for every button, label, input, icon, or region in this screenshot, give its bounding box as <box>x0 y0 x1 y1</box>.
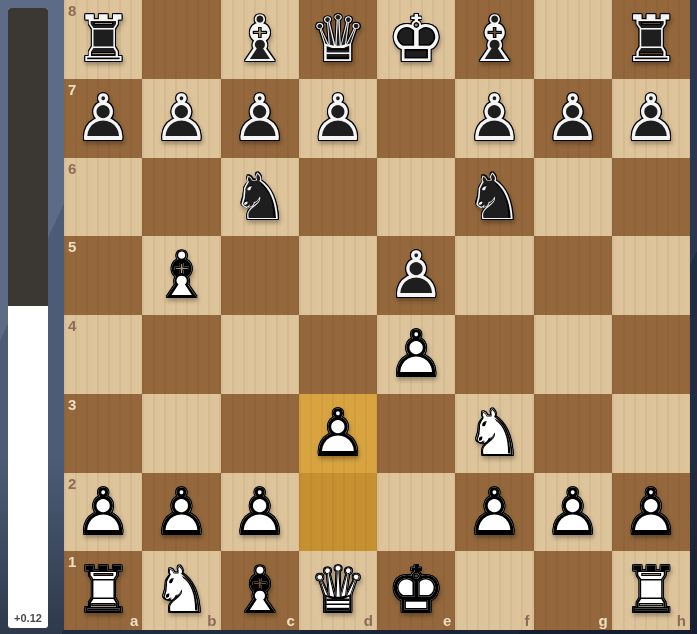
file-label-f: f <box>525 612 530 629</box>
chess-board[interactable]: 8♜♖♝♗♛♕♚♔♝♗♜♖7♟♙♟♙♟♙♟♙♟♙♟♙♟♙6♞♘♞♘5♝♗♟♙4♟… <box>64 0 690 630</box>
piece-white-pawn[interactable]: ♟♙ <box>534 473 612 552</box>
square-b6[interactable] <box>142 158 220 237</box>
file-label-b: b <box>207 612 216 629</box>
rank-label-3: 3 <box>68 396 76 413</box>
piece-outline-glyph: ♙ <box>221 79 299 158</box>
square-a5[interactable]: 5 <box>64 236 142 315</box>
square-d6[interactable] <box>299 158 377 237</box>
square-b8[interactable] <box>142 0 220 79</box>
square-g2[interactable]: ♟♙ <box>534 473 612 552</box>
square-e3[interactable] <box>377 394 455 473</box>
square-g1[interactable]: g <box>534 551 612 630</box>
piece-outline-glyph: ♗ <box>455 0 533 79</box>
square-d5[interactable] <box>299 236 377 315</box>
piece-outline-glyph: ♙ <box>455 79 533 158</box>
piece-black-pawn[interactable]: ♟♙ <box>612 79 690 158</box>
square-g5[interactable] <box>534 236 612 315</box>
square-c1[interactable]: c♝♗ <box>221 551 299 630</box>
square-c8[interactable]: ♝♗ <box>221 0 299 79</box>
piece-black-king[interactable]: ♚♔ <box>377 0 455 79</box>
piece-black-knight[interactable]: ♞♘ <box>221 158 299 237</box>
piece-black-pawn[interactable]: ♟♙ <box>534 79 612 158</box>
square-b5[interactable]: ♝♗ <box>142 236 220 315</box>
square-d4[interactable] <box>299 315 377 394</box>
square-c7[interactable]: ♟♙ <box>221 79 299 158</box>
piece-outline-glyph: ♙ <box>142 79 220 158</box>
rank-label-6: 6 <box>68 160 76 177</box>
rank-label-5: 5 <box>68 238 76 255</box>
square-f8[interactable]: ♝♗ <box>455 0 533 79</box>
square-e1[interactable]: e♚♔ <box>377 551 455 630</box>
piece-black-bishop[interactable]: ♝♗ <box>455 0 533 79</box>
piece-outline-glyph: ♙ <box>612 79 690 158</box>
square-h8[interactable]: ♜♖ <box>612 0 690 79</box>
piece-outline-glyph: ♙ <box>299 394 377 473</box>
square-a1[interactable]: 1a♜♖ <box>64 551 142 630</box>
square-b4[interactable] <box>142 315 220 394</box>
square-c5[interactable] <box>221 236 299 315</box>
square-a2[interactable]: 2♟♙ <box>64 473 142 552</box>
square-c3[interactable] <box>221 394 299 473</box>
piece-white-pawn[interactable]: ♟♙ <box>377 315 455 394</box>
square-f2[interactable]: ♟♙ <box>455 473 533 552</box>
square-a8[interactable]: 8♜♖ <box>64 0 142 79</box>
square-b7[interactable]: ♟♙ <box>142 79 220 158</box>
square-h7[interactable]: ♟♙ <box>612 79 690 158</box>
piece-black-pawn[interactable]: ♟♙ <box>142 79 220 158</box>
square-f3[interactable]: ♞♘ <box>455 394 533 473</box>
eval-bar-black-section <box>8 8 48 306</box>
piece-white-bishop[interactable]: ♝♗ <box>142 236 220 315</box>
square-h4[interactable] <box>612 315 690 394</box>
square-h1[interactable]: h♜♖ <box>612 551 690 630</box>
square-h6[interactable] <box>612 158 690 237</box>
piece-outline-glyph: ♙ <box>299 79 377 158</box>
piece-outline-glyph: ♕ <box>299 0 377 79</box>
square-e5[interactable]: ♟♙ <box>377 236 455 315</box>
square-e8[interactable]: ♚♔ <box>377 0 455 79</box>
eval-score: +0.12 <box>8 612 48 624</box>
square-e7[interactable] <box>377 79 455 158</box>
piece-outline-glyph: ♙ <box>534 79 612 158</box>
piece-white-pawn[interactable]: ♟♙ <box>142 473 220 552</box>
square-b3[interactable] <box>142 394 220 473</box>
piece-white-pawn[interactable]: ♟♙ <box>221 473 299 552</box>
piece-outline-glyph: ♗ <box>142 236 220 315</box>
file-label-h: h <box>677 612 686 629</box>
piece-outline-glyph: ♖ <box>612 0 690 79</box>
square-d3[interactable]: ♟♙ <box>299 394 377 473</box>
file-label-d: d <box>364 612 373 629</box>
square-h5[interactable] <box>612 236 690 315</box>
piece-outline-glyph: ♙ <box>612 473 690 552</box>
piece-outline-glyph: ♙ <box>534 473 612 552</box>
piece-outline-glyph: ♙ <box>221 473 299 552</box>
square-e4[interactable]: ♟♙ <box>377 315 455 394</box>
square-f7[interactable]: ♟♙ <box>455 79 533 158</box>
square-g4[interactable] <box>534 315 612 394</box>
rank-label-4: 4 <box>68 317 76 334</box>
square-d8[interactable]: ♛♕ <box>299 0 377 79</box>
piece-outline-glyph: ♘ <box>455 394 533 473</box>
square-c4[interactable] <box>221 315 299 394</box>
rank-label-8: 8 <box>68 2 76 19</box>
piece-outline-glyph: ♘ <box>221 158 299 237</box>
square-a6[interactable]: 6 <box>64 158 142 237</box>
square-h2[interactable]: ♟♙ <box>612 473 690 552</box>
square-a7[interactable]: 7♟♙ <box>64 79 142 158</box>
piece-outline-glyph: ♔ <box>377 0 455 79</box>
piece-outline-glyph: ♙ <box>455 473 533 552</box>
square-e6[interactable] <box>377 158 455 237</box>
rank-label-2: 2 <box>68 475 76 492</box>
rank-label-7: 7 <box>68 81 76 98</box>
square-e2[interactable] <box>377 473 455 552</box>
file-label-a: a <box>130 612 138 629</box>
square-d7[interactable]: ♟♙ <box>299 79 377 158</box>
square-b2[interactable]: ♟♙ <box>142 473 220 552</box>
square-a3[interactable]: 3 <box>64 394 142 473</box>
square-a4[interactable]: 4 <box>64 315 142 394</box>
square-h3[interactable] <box>612 394 690 473</box>
piece-outline-glyph: ♙ <box>377 315 455 394</box>
square-g8[interactable] <box>534 0 612 79</box>
piece-black-knight[interactable]: ♞♘ <box>455 158 533 237</box>
file-label-e: e <box>443 612 451 629</box>
square-d2[interactable] <box>299 473 377 552</box>
eval-bar: +0.12 <box>8 8 48 628</box>
piece-white-pawn[interactable]: ♟♙ <box>455 473 533 552</box>
piece-black-pawn[interactable]: ♟♙ <box>455 79 533 158</box>
piece-black-pawn[interactable]: ♟♙ <box>221 79 299 158</box>
piece-black-queen[interactable]: ♛♕ <box>299 0 377 79</box>
square-f6[interactable]: ♞♘ <box>455 158 533 237</box>
rank-label-1: 1 <box>68 553 76 570</box>
piece-white-knight[interactable]: ♞♘ <box>455 394 533 473</box>
file-label-c: c <box>286 612 294 629</box>
piece-black-bishop[interactable]: ♝♗ <box>221 0 299 79</box>
piece-outline-glyph: ♙ <box>377 236 455 315</box>
square-d1[interactable]: d♛♕ <box>299 551 377 630</box>
file-label-g: g <box>599 612 608 629</box>
square-b1[interactable]: b♞♘ <box>142 551 220 630</box>
square-g7[interactable]: ♟♙ <box>534 79 612 158</box>
square-f4[interactable] <box>455 315 533 394</box>
square-g3[interactable] <box>534 394 612 473</box>
square-c2[interactable]: ♟♙ <box>221 473 299 552</box>
square-c6[interactable]: ♞♘ <box>221 158 299 237</box>
piece-outline-glyph: ♘ <box>455 158 533 237</box>
square-f5[interactable] <box>455 236 533 315</box>
square-f1[interactable]: f <box>455 551 533 630</box>
piece-black-rook[interactable]: ♜♖ <box>612 0 690 79</box>
piece-white-pawn[interactable]: ♟♙ <box>299 394 377 473</box>
square-g6[interactable] <box>534 158 612 237</box>
piece-outline-glyph: ♙ <box>142 473 220 552</box>
piece-white-pawn[interactable]: ♟♙ <box>612 473 690 552</box>
piece-black-pawn[interactable]: ♟♙ <box>377 236 455 315</box>
piece-outline-glyph: ♗ <box>221 0 299 79</box>
piece-black-pawn[interactable]: ♟♙ <box>299 79 377 158</box>
